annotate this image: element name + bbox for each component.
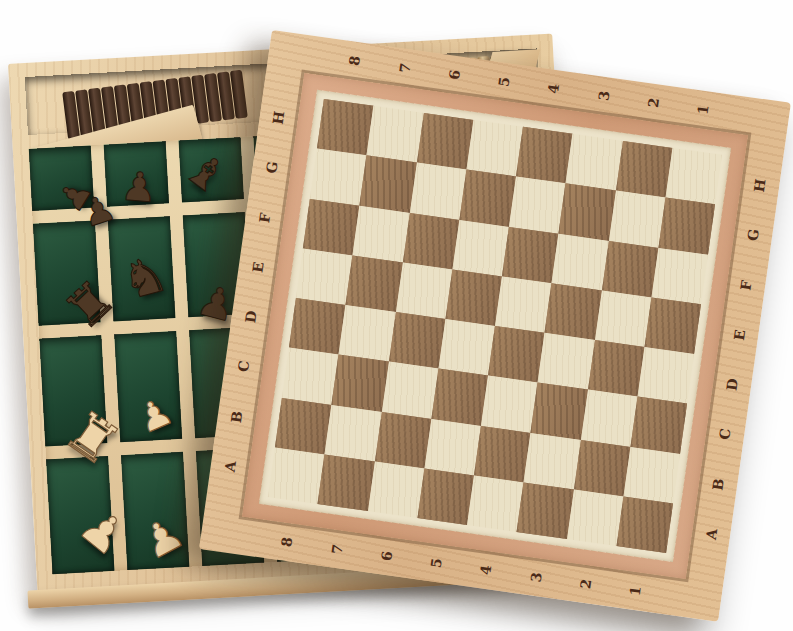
coordinate-label: H [270,110,288,125]
coordinate-label: 8 [346,55,363,67]
label-right-h: H [738,158,783,213]
board-square [353,205,410,262]
coordinate-label: A [702,527,719,540]
board-square [332,355,389,412]
coordinate-label: H [751,178,769,193]
board-square [417,468,474,525]
coordinate-label: B [709,477,726,491]
board-square [416,113,473,170]
label-right-e: E [717,307,762,362]
board-square [395,262,452,319]
board-square [567,489,624,546]
board-square [588,340,645,397]
board-square [481,376,538,433]
board-square [658,198,715,255]
label-right-a: A [689,506,734,561]
board-square [445,269,502,326]
coordinate-label: E [249,261,266,274]
label-right-b: B [696,457,741,512]
board-square [367,106,424,163]
felt-compartment [46,456,114,574]
coordinate-label: 1 [694,104,711,116]
coordinate-label: 8 [278,536,295,548]
coordinate-label: 4 [545,83,562,95]
label-bottom-2: 2 [558,562,613,607]
board-square [644,297,701,354]
label-right-c: C [703,407,748,462]
felt-compartment [114,331,182,442]
coordinate-label: 2 [645,97,662,109]
coordinate-label: 6 [446,69,463,81]
felt-compartment [29,146,95,211]
board-square [303,198,360,255]
coordinate-label: 5 [428,557,445,569]
board-square [602,240,659,297]
board-square [637,347,694,404]
board-square [566,134,623,191]
coordinate-label: 1 [627,585,644,597]
board-square [402,212,459,269]
coordinate-label: C [235,360,252,373]
coordinate-label: A [221,460,238,473]
board-square [595,290,652,347]
board-square [545,283,602,340]
board-square [438,319,495,376]
coordinate-label: D [723,377,741,391]
coordinate-label: 2 [577,578,594,590]
board-square [474,425,531,482]
coordinate-label: 7 [328,543,345,555]
board-square [317,99,374,156]
felt-compartment [33,220,101,325]
coordinate-label: C [716,428,733,441]
board-square [615,141,672,198]
label-bottom-3: 3 [508,555,563,600]
coordinate-label: 7 [396,62,413,74]
board-square [559,184,616,241]
board-squares [268,99,722,553]
felt-compartment [104,141,170,206]
board-square [502,226,559,283]
coordinate-label: 6 [378,550,395,562]
board-square [367,461,424,518]
felt-compartment [108,216,176,321]
label-bottom-5: 5 [409,541,464,586]
coordinate-label: 4 [477,564,494,576]
label-right-f: F [724,258,769,313]
board-square [552,233,609,290]
label-bottom-6: 6 [359,534,414,579]
board-square [374,411,431,468]
coordinate-label: F [737,279,754,291]
felt-compartment [39,335,107,446]
board-square [531,383,588,440]
chess-set-photo: ♟♟♟♝♜♞♟♝♜♟♟♟ 87654321 87654321 HGFEDCBA … [0,0,793,631]
board-square [346,255,403,312]
board-square [318,454,375,511]
board-square [616,496,673,553]
board-square [516,127,573,184]
label-bottom-1: 1 [608,569,663,614]
board-square [275,397,332,454]
board-square [517,482,574,539]
board-square [424,418,481,475]
board-square [488,326,545,383]
board-square [388,312,445,369]
board-square [630,397,687,454]
coordinate-label: B [228,410,245,424]
board-square [581,390,638,447]
coordinate-label: E [730,328,747,341]
coordinate-label: 3 [527,571,544,583]
board-square [381,362,438,419]
board-square [409,163,466,220]
felt-compartment [179,137,245,202]
label-bottom-7: 7 [309,527,364,572]
coordinate-label: F [256,211,273,223]
board-square [431,369,488,426]
board-square [310,149,367,206]
board-square [538,333,595,390]
coordinate-label: D [242,310,260,324]
coordinate-label: G [263,161,281,175]
felt-compartment [121,452,189,570]
label-bottom-8: 8 [259,520,314,565]
board-square [325,404,382,461]
board-square [665,148,722,205]
board-square [495,276,552,333]
board-square [289,298,346,355]
coordinate-label: 5 [495,76,512,88]
board-square [296,248,353,305]
board-square [651,247,708,304]
board-square [574,439,631,496]
coordinate-label: G [744,228,762,242]
chess-board: 87654321 87654321 HGFEDCBA HGFEDCBA [199,30,791,622]
board-square [509,177,566,234]
board-square [608,191,665,248]
label-bottom-4: 4 [459,548,514,593]
board-square [459,170,516,227]
board-square [466,120,523,177]
board-square [467,475,524,532]
coordinate-label: 3 [595,90,612,102]
label-right-g: G [731,208,776,263]
board-square [268,447,325,504]
board-square [452,219,509,276]
board-square [339,305,396,362]
label-right-d: D [710,357,755,412]
board-square [524,432,581,489]
board-square [282,348,339,405]
board-square [360,156,417,213]
board-square [623,446,680,503]
